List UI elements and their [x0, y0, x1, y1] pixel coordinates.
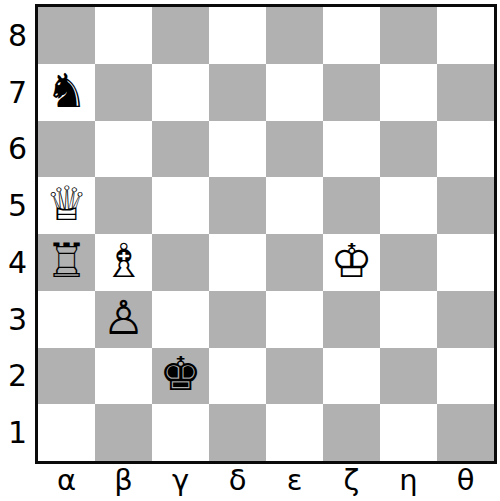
square-e5[interactable]	[266, 177, 323, 234]
square-b4[interactable]: ♗	[95, 234, 152, 291]
square-e4[interactable]	[266, 234, 323, 291]
square-f3[interactable]	[323, 291, 380, 348]
square-f4[interactable]: ♔	[323, 234, 380, 291]
square-c3[interactable]	[152, 291, 209, 348]
square-c2[interactable]: ♚	[152, 348, 209, 405]
square-e1[interactable]	[266, 404, 323, 461]
piece-white-pawn: ♙	[102, 294, 144, 341]
square-d2[interactable]	[209, 348, 266, 405]
file-labels: α β γ δ ε ζ η θ	[38, 461, 494, 499]
square-a6[interactable]	[38, 121, 95, 178]
rank-label-4: 4	[0, 234, 35, 291]
rank-label-2: 2	[0, 348, 35, 405]
square-b3[interactable]: ♙	[95, 291, 152, 348]
square-f5[interactable]	[323, 177, 380, 234]
rank-label-1: 1	[0, 404, 35, 461]
square-b7[interactable]	[95, 64, 152, 121]
file-label-beta: β	[95, 461, 152, 499]
square-d7[interactable]	[209, 64, 266, 121]
square-h6[interactable]	[437, 121, 494, 178]
square-g6[interactable]	[380, 121, 437, 178]
square-c1[interactable]	[152, 404, 209, 461]
square-g1[interactable]	[380, 404, 437, 461]
square-f7[interactable]	[323, 64, 380, 121]
square-a7[interactable]: ♞	[38, 64, 95, 121]
piece-white-bishop: ♗	[102, 237, 144, 284]
square-c6[interactable]	[152, 121, 209, 178]
square-e6[interactable]	[266, 121, 323, 178]
square-b5[interactable]	[95, 177, 152, 234]
rank-label-3: 3	[0, 291, 35, 348]
square-g7[interactable]	[380, 64, 437, 121]
square-c4[interactable]	[152, 234, 209, 291]
square-a2[interactable]	[38, 348, 95, 405]
rank-label-5: 5	[0, 177, 35, 234]
square-h2[interactable]	[437, 348, 494, 405]
file-label-alpha: α	[38, 461, 95, 499]
square-a1[interactable]	[38, 404, 95, 461]
square-g8[interactable]	[380, 7, 437, 64]
piece-white-rook: ♖	[45, 237, 87, 284]
square-h3[interactable]	[437, 291, 494, 348]
file-label-gamma: γ	[152, 461, 209, 499]
file-label-eta: η	[380, 461, 437, 499]
square-f2[interactable]	[323, 348, 380, 405]
square-e3[interactable]	[266, 291, 323, 348]
rank-label-6: 6	[0, 121, 35, 178]
square-e8[interactable]	[266, 7, 323, 64]
square-c8[interactable]	[152, 7, 209, 64]
square-g2[interactable]	[380, 348, 437, 405]
chessboard: ♞♕♖♗♔♙♚	[35, 4, 497, 464]
chess-diagram: 8 7 6 5 4 3 2 1 ♞♕♖♗♔♙♚ α β γ δ ε ζ η θ	[0, 0, 500, 501]
square-b6[interactable]	[95, 121, 152, 178]
square-d4[interactable]	[209, 234, 266, 291]
square-f8[interactable]	[323, 7, 380, 64]
square-g3[interactable]	[380, 291, 437, 348]
piece-white-queen: ♕	[45, 180, 87, 227]
file-label-delta: δ	[209, 461, 266, 499]
square-b8[interactable]	[95, 7, 152, 64]
rank-labels: 8 7 6 5 4 3 2 1	[0, 7, 35, 461]
square-h7[interactable]	[437, 64, 494, 121]
square-h8[interactable]	[437, 7, 494, 64]
file-label-epsilon: ε	[266, 461, 323, 499]
square-a3[interactable]	[38, 291, 95, 348]
square-e2[interactable]	[266, 348, 323, 405]
file-label-theta: θ	[437, 461, 494, 499]
square-h4[interactable]	[437, 234, 494, 291]
square-h1[interactable]	[437, 404, 494, 461]
square-d3[interactable]	[209, 291, 266, 348]
piece-black-king: ♚	[159, 350, 201, 397]
square-a4[interactable]: ♖	[38, 234, 95, 291]
square-d1[interactable]	[209, 404, 266, 461]
square-f1[interactable]	[323, 404, 380, 461]
square-e7[interactable]	[266, 64, 323, 121]
square-f6[interactable]	[323, 121, 380, 178]
piece-white-king: ♔	[330, 237, 372, 284]
rank-label-8: 8	[0, 7, 35, 64]
square-h5[interactable]	[437, 177, 494, 234]
piece-black-knight: ♞	[45, 67, 87, 114]
file-label-zeta: ζ	[323, 461, 380, 499]
rank-label-7: 7	[0, 64, 35, 121]
square-c5[interactable]	[152, 177, 209, 234]
square-c7[interactable]	[152, 64, 209, 121]
square-b2[interactable]	[95, 348, 152, 405]
square-a5[interactable]: ♕	[38, 177, 95, 234]
square-d6[interactable]	[209, 121, 266, 178]
square-b1[interactable]	[95, 404, 152, 461]
square-d5[interactable]	[209, 177, 266, 234]
square-d8[interactable]	[209, 7, 266, 64]
square-g4[interactable]	[380, 234, 437, 291]
square-a8[interactable]	[38, 7, 95, 64]
square-g5[interactable]	[380, 177, 437, 234]
